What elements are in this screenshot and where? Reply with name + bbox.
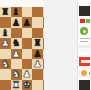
square-d5[interactable]: ♜ [32,38,43,48]
square-c7[interactable]: ♟ [22,17,33,27]
sidebar-text-line [80,38,90,39]
sidebar-footer-block [79,80,90,90]
white-king-c1[interactable]: ♚ [22,80,33,90]
square-c8[interactable] [22,7,33,17]
square-c5[interactable] [22,38,33,48]
white-pawn-a5[interactable]: ♟ [0,38,11,48]
square-d2[interactable] [32,69,43,79]
square-b4[interactable]: ♟ [11,49,22,59]
square-d7[interactable] [32,17,43,27]
blue-dot-icon [89,72,91,75]
black-rook-d5[interactable]: ♜ [32,38,43,48]
red-badge-icon[interactable] [80,19,85,23]
red-action-button-label [81,60,90,63]
square-a5[interactable]: ♟ [0,38,11,48]
square-b7[interactable]: ♟ [11,17,22,27]
white-pawn-b4[interactable]: ♟ [11,49,22,59]
sidebar-tab-bar[interactable] [79,6,90,16]
feedback-icon-card[interactable] [79,68,90,77]
square-c1[interactable]: ♚ [22,80,33,90]
square-a8[interactable]: ♜ [0,7,11,17]
square-d8[interactable] [32,7,43,17]
square-b5[interactable]: ♞ [11,38,22,48]
sidebar-list-row[interactable] [79,45,90,48]
square-c4[interactable] [22,49,33,59]
square-d1[interactable] [32,80,43,90]
black-pawn-c7[interactable]: ♟ [22,17,33,27]
white-knight-a3[interactable]: ♞ [0,59,11,69]
square-a3[interactable]: ♞ [0,59,11,69]
black-bishop-b8[interactable]: ♝ [11,7,22,17]
right-sidebar-sliver [77,0,90,90]
move-feedback-green-icon [80,27,88,35]
square-a2[interactable] [0,69,11,79]
orange-circle-icon [81,70,87,76]
white-rook-b1[interactable]: ♜ [11,80,22,90]
black-pawn-b7[interactable]: ♟ [11,17,22,27]
square-d3[interactable]: ♟ [32,59,43,69]
page-gutter [44,0,77,90]
chess-board[interactable]: ♜♝♟♟♝♟♞♜♟♟♞♟♞♟♜♚ [0,7,44,90]
green-badge-icon[interactable] [86,19,90,23]
white-pawn-d3[interactable]: ♟ [32,59,43,69]
sidebar-list-row[interactable] [79,49,90,52]
square-b8[interactable]: ♝ [11,7,22,17]
page: ♜♝♟♟♝♟♞♜♟♟♞♟♞♟♜♚ [0,0,90,90]
square-c6[interactable] [22,28,33,38]
black-rook-a8[interactable]: ♜ [0,7,11,17]
black-knight-b5[interactable]: ♞ [11,38,22,48]
square-b1[interactable]: ♜ [11,80,22,90]
chess-board-grid: ♜♝♟♟♝♟♞♜♟♟♞♟♞♟♜♚ [0,7,44,90]
square-a1[interactable] [0,80,11,90]
sidebar-text-line [80,41,88,42]
red-action-button[interactable] [79,57,90,66]
